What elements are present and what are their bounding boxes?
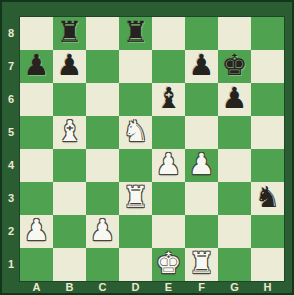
square-a5[interactable] <box>20 116 53 149</box>
square-e6[interactable]: ♝ <box>152 83 185 116</box>
rank-label-5: 5 <box>2 116 20 149</box>
square-e1[interactable]: ♚ <box>152 248 185 281</box>
square-b3[interactable] <box>53 182 86 215</box>
black-rook: ♜ <box>57 16 83 49</box>
square-h2[interactable] <box>251 215 284 248</box>
black-pawn: ♟ <box>189 49 215 82</box>
black-king: ♚ <box>222 49 248 82</box>
file-label-a: A <box>20 281 53 293</box>
square-d4[interactable] <box>119 149 152 182</box>
square-g4[interactable] <box>218 149 251 182</box>
square-c5[interactable] <box>86 116 119 149</box>
white-knight: ♞ <box>123 115 149 148</box>
chess-board-widget: ♜♜♟♟♟♚♝♟♝♞♟♟♜♞♟♟♚♜ 87654321ABCDEFGH <box>0 0 294 295</box>
square-h4[interactable] <box>251 149 284 182</box>
file-label-c: C <box>86 281 119 293</box>
square-f7[interactable]: ♟ <box>185 50 218 83</box>
black-knight: ♞ <box>255 181 281 214</box>
square-e8[interactable] <box>152 17 185 50</box>
white-pawn: ♟ <box>156 148 182 181</box>
square-d3[interactable]: ♜ <box>119 182 152 215</box>
square-a8[interactable] <box>20 17 53 50</box>
file-label-h: H <box>251 281 284 293</box>
white-rook: ♜ <box>189 247 215 280</box>
white-pawn: ♟ <box>90 214 116 247</box>
square-a2[interactable]: ♟ <box>20 215 53 248</box>
square-g1[interactable] <box>218 248 251 281</box>
square-b1[interactable] <box>53 248 86 281</box>
square-h3[interactable]: ♞ <box>251 182 284 215</box>
square-e7[interactable] <box>152 50 185 83</box>
square-g5[interactable] <box>218 116 251 149</box>
square-c2[interactable]: ♟ <box>86 215 119 248</box>
rank-label-2: 2 <box>2 215 20 248</box>
square-c1[interactable] <box>86 248 119 281</box>
square-b7[interactable]: ♟ <box>53 50 86 83</box>
square-e2[interactable] <box>152 215 185 248</box>
square-h1[interactable] <box>251 248 284 281</box>
black-pawn: ♟ <box>24 49 50 82</box>
rank-label-6: 6 <box>2 83 20 116</box>
black-rook: ♜ <box>123 16 149 49</box>
square-f5[interactable] <box>185 116 218 149</box>
square-f8[interactable] <box>185 17 218 50</box>
square-a7[interactable]: ♟ <box>20 50 53 83</box>
rank-label-7: 7 <box>2 50 20 83</box>
square-g6[interactable]: ♟ <box>218 83 251 116</box>
square-e4[interactable]: ♟ <box>152 149 185 182</box>
white-pawn: ♟ <box>189 148 215 181</box>
square-a3[interactable] <box>20 182 53 215</box>
square-b8[interactable]: ♜ <box>53 17 86 50</box>
square-g7[interactable]: ♚ <box>218 50 251 83</box>
square-f2[interactable] <box>185 215 218 248</box>
rank-label-3: 3 <box>2 182 20 215</box>
white-rook: ♜ <box>123 181 149 214</box>
white-king: ♚ <box>156 247 182 280</box>
square-f1[interactable]: ♜ <box>185 248 218 281</box>
black-pawn: ♟ <box>222 82 248 115</box>
square-b6[interactable] <box>53 83 86 116</box>
file-label-e: E <box>152 281 185 293</box>
square-a4[interactable] <box>20 149 53 182</box>
square-d2[interactable] <box>119 215 152 248</box>
square-g2[interactable] <box>218 215 251 248</box>
square-e3[interactable] <box>152 182 185 215</box>
square-c3[interactable] <box>86 182 119 215</box>
square-d8[interactable]: ♜ <box>119 17 152 50</box>
square-h6[interactable] <box>251 83 284 116</box>
square-h5[interactable] <box>251 116 284 149</box>
square-b5[interactable]: ♝ <box>53 116 86 149</box>
square-c8[interactable] <box>86 17 119 50</box>
square-h7[interactable] <box>251 50 284 83</box>
white-bishop: ♝ <box>57 115 83 148</box>
rank-label-8: 8 <box>2 17 20 50</box>
square-c7[interactable] <box>86 50 119 83</box>
rank-label-4: 4 <box>2 149 20 182</box>
square-g3[interactable] <box>218 182 251 215</box>
square-f3[interactable] <box>185 182 218 215</box>
square-a1[interactable] <box>20 248 53 281</box>
file-label-b: B <box>53 281 86 293</box>
file-label-d: D <box>119 281 152 293</box>
square-d6[interactable] <box>119 83 152 116</box>
rank-label-1: 1 <box>2 248 20 281</box>
square-d7[interactable] <box>119 50 152 83</box>
square-e5[interactable] <box>152 116 185 149</box>
black-bishop: ♝ <box>156 82 182 115</box>
square-g8[interactable] <box>218 17 251 50</box>
chess-board: ♜♜♟♟♟♚♝♟♝♞♟♟♜♞♟♟♚♜ <box>20 17 284 281</box>
file-label-f: F <box>185 281 218 293</box>
square-f4[interactable]: ♟ <box>185 149 218 182</box>
square-h8[interactable] <box>251 17 284 50</box>
square-d1[interactable] <box>119 248 152 281</box>
square-a6[interactable] <box>20 83 53 116</box>
square-c4[interactable] <box>86 149 119 182</box>
square-f6[interactable] <box>185 83 218 116</box>
square-d5[interactable]: ♞ <box>119 116 152 149</box>
square-b4[interactable] <box>53 149 86 182</box>
file-label-g: G <box>218 281 251 293</box>
square-c6[interactable] <box>86 83 119 116</box>
square-b2[interactable] <box>53 215 86 248</box>
white-pawn: ♟ <box>24 214 50 247</box>
black-pawn: ♟ <box>57 49 83 82</box>
